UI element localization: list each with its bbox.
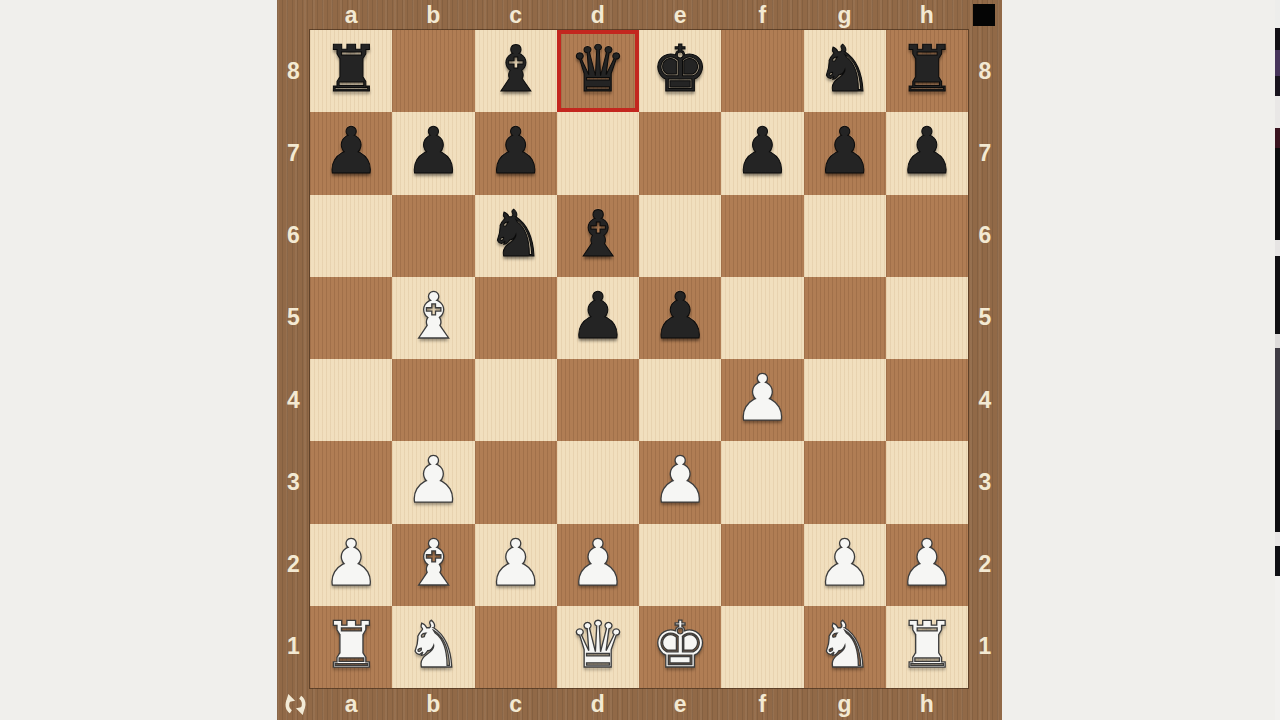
square-e3[interactable]: ♟ bbox=[639, 441, 721, 523]
file-label-c: c bbox=[475, 0, 557, 30]
square-h1[interactable]: ♜ bbox=[886, 606, 968, 688]
edge-strip-segment bbox=[1275, 256, 1280, 334]
square-c2[interactable]: ♟ bbox=[475, 524, 557, 606]
edge-strip-segment bbox=[1275, 546, 1280, 576]
rank-label-4: 4 bbox=[277, 359, 310, 441]
piece-white-bishop[interactable]: ♝ bbox=[405, 531, 462, 595]
square-a8[interactable]: ♜ bbox=[310, 30, 392, 112]
flip-board-button[interactable] bbox=[280, 689, 310, 719]
square-f5[interactable] bbox=[721, 277, 803, 359]
piece-black-pawn[interactable]: ♟ bbox=[816, 119, 873, 183]
rank-label-2: 2 bbox=[277, 524, 310, 606]
file-label-e: e bbox=[639, 0, 721, 30]
square-c8[interactable]: ♝ bbox=[475, 30, 557, 112]
edge-strip-segment bbox=[1275, 334, 1280, 348]
piece-black-pawn[interactable]: ♟ bbox=[569, 284, 626, 348]
piece-black-bishop[interactable]: ♝ bbox=[487, 37, 544, 101]
rank-label-1: 1 bbox=[277, 606, 310, 688]
square-g4[interactable] bbox=[804, 359, 886, 441]
page-background: abcdefgh abcdefgh 87654321 87654321 ♜♝♛♚… bbox=[0, 0, 1280, 720]
piece-white-pawn[interactable]: ♟ bbox=[487, 531, 544, 595]
piece-black-pawn[interactable]: ♟ bbox=[898, 119, 955, 183]
rank-label-3: 3 bbox=[968, 441, 1002, 523]
piece-black-rook[interactable]: ♜ bbox=[322, 37, 379, 101]
square-a2[interactable]: ♟ bbox=[310, 524, 392, 606]
piece-black-pawn[interactable]: ♟ bbox=[322, 119, 379, 183]
square-e8[interactable]: ♚ bbox=[639, 30, 721, 112]
piece-white-rook[interactable]: ♜ bbox=[898, 613, 955, 677]
square-h7[interactable]: ♟ bbox=[886, 112, 968, 194]
square-f8[interactable] bbox=[721, 30, 803, 112]
rank-label-6: 6 bbox=[968, 195, 1002, 277]
piece-white-pawn[interactable]: ♟ bbox=[734, 366, 791, 430]
square-c4[interactable] bbox=[475, 359, 557, 441]
square-c1[interactable] bbox=[475, 606, 557, 688]
chess-board: abcdefgh abcdefgh 87654321 87654321 ♜♝♛♚… bbox=[277, 0, 1002, 720]
square-e5[interactable]: ♟ bbox=[639, 277, 721, 359]
rank-label-1: 1 bbox=[968, 606, 1002, 688]
file-label-b: b bbox=[392, 689, 474, 720]
square-b1[interactable]: ♞ bbox=[392, 606, 474, 688]
square-e1[interactable]: ♚ bbox=[639, 606, 721, 688]
edge-strip-segment bbox=[1275, 576, 1280, 720]
rank-label-4: 4 bbox=[968, 359, 1002, 441]
piece-black-queen[interactable]: ♛ bbox=[569, 37, 626, 101]
piece-white-pawn[interactable]: ♟ bbox=[816, 531, 873, 595]
edge-strip-segment bbox=[1275, 148, 1280, 240]
file-label-b: b bbox=[392, 0, 474, 30]
piece-black-king[interactable]: ♚ bbox=[651, 37, 708, 101]
piece-white-pawn[interactable]: ♟ bbox=[322, 531, 379, 595]
file-label-e: e bbox=[639, 689, 721, 720]
square-d2[interactable]: ♟ bbox=[557, 524, 639, 606]
file-label-h: h bbox=[886, 689, 968, 720]
piece-white-knight[interactable]: ♞ bbox=[816, 613, 873, 677]
right-edge-content-sliver bbox=[1275, 0, 1280, 720]
piece-white-bishop[interactable]: ♝ bbox=[405, 284, 462, 348]
file-label-d: d bbox=[557, 0, 639, 30]
square-a1[interactable]: ♜ bbox=[310, 606, 392, 688]
square-e2[interactable] bbox=[639, 524, 721, 606]
piece-black-pawn[interactable]: ♟ bbox=[651, 284, 708, 348]
file-label-a: a bbox=[310, 689, 392, 720]
square-b6[interactable] bbox=[392, 195, 474, 277]
square-b8[interactable] bbox=[392, 30, 474, 112]
square-g7[interactable]: ♟ bbox=[804, 112, 886, 194]
square-f7[interactable]: ♟ bbox=[721, 112, 803, 194]
square-e4[interactable] bbox=[639, 359, 721, 441]
board-squares: ♜♝♛♚♞♜♟♟♟♟♟♟♞♝♝♟♟♟♟♟♟♝♟♟♟♟♜♞♛♚♞♜ bbox=[310, 30, 968, 688]
square-h4[interactable] bbox=[886, 359, 968, 441]
piece-white-king[interactable]: ♚ bbox=[651, 613, 708, 677]
rank-label-5: 5 bbox=[968, 277, 1002, 359]
rank-label-5: 5 bbox=[277, 277, 310, 359]
square-h3[interactable] bbox=[886, 441, 968, 523]
edge-strip-segment bbox=[1275, 28, 1280, 50]
square-d3[interactable] bbox=[557, 441, 639, 523]
file-label-g: g bbox=[804, 689, 886, 720]
rank-label-7: 7 bbox=[277, 112, 310, 194]
file-label-h: h bbox=[886, 0, 968, 30]
piece-white-pawn[interactable]: ♟ bbox=[569, 531, 626, 595]
file-label-d: d bbox=[557, 689, 639, 720]
square-e7[interactable] bbox=[639, 112, 721, 194]
square-a6[interactable] bbox=[310, 195, 392, 277]
edge-strip-segment bbox=[1275, 96, 1280, 128]
piece-black-pawn[interactable]: ♟ bbox=[405, 119, 462, 183]
side-to-move-indicator bbox=[973, 4, 995, 26]
piece-white-knight[interactable]: ♞ bbox=[405, 613, 462, 677]
square-g2[interactable]: ♟ bbox=[804, 524, 886, 606]
square-e6[interactable] bbox=[639, 195, 721, 277]
edge-strip-segment bbox=[1275, 76, 1280, 96]
file-labels-bottom: abcdefgh bbox=[310, 689, 968, 720]
square-a5[interactable] bbox=[310, 277, 392, 359]
rank-label-8: 8 bbox=[968, 30, 1002, 112]
piece-black-pawn[interactable]: ♟ bbox=[734, 119, 791, 183]
piece-black-rook[interactable]: ♜ bbox=[898, 37, 955, 101]
square-g8[interactable]: ♞ bbox=[804, 30, 886, 112]
square-g1[interactable]: ♞ bbox=[804, 606, 886, 688]
rank-label-7: 7 bbox=[968, 112, 1002, 194]
file-label-g: g bbox=[804, 0, 886, 30]
file-label-f: f bbox=[721, 0, 803, 30]
square-h2[interactable]: ♟ bbox=[886, 524, 968, 606]
edge-strip-segment bbox=[1275, 50, 1280, 76]
square-d7[interactable] bbox=[557, 112, 639, 194]
edge-strip-segment bbox=[1275, 532, 1280, 546]
square-d1[interactable]: ♛ bbox=[557, 606, 639, 688]
square-g3[interactable] bbox=[804, 441, 886, 523]
piece-black-pawn[interactable]: ♟ bbox=[487, 119, 544, 183]
piece-black-bishop[interactable]: ♝ bbox=[569, 202, 626, 266]
square-g5[interactable] bbox=[804, 277, 886, 359]
rank-label-8: 8 bbox=[277, 30, 310, 112]
square-b3[interactable]: ♟ bbox=[392, 441, 474, 523]
square-b5[interactable]: ♝ bbox=[392, 277, 474, 359]
square-c7[interactable]: ♟ bbox=[475, 112, 557, 194]
piece-white-pawn[interactable]: ♟ bbox=[651, 448, 708, 512]
square-f3[interactable] bbox=[721, 441, 803, 523]
piece-white-queen[interactable]: ♛ bbox=[569, 613, 626, 677]
square-f4[interactable]: ♟ bbox=[721, 359, 803, 441]
square-c6[interactable]: ♞ bbox=[475, 195, 557, 277]
square-b7[interactable]: ♟ bbox=[392, 112, 474, 194]
rank-labels-left: 87654321 bbox=[277, 30, 310, 688]
square-h8[interactable]: ♜ bbox=[886, 30, 968, 112]
file-label-a: a bbox=[310, 0, 392, 30]
square-a4[interactable] bbox=[310, 359, 392, 441]
piece-white-pawn[interactable]: ♟ bbox=[405, 448, 462, 512]
square-b2[interactable]: ♝ bbox=[392, 524, 474, 606]
rank-labels-right: 87654321 bbox=[968, 30, 1002, 688]
square-f6[interactable] bbox=[721, 195, 803, 277]
square-a7[interactable]: ♟ bbox=[310, 112, 392, 194]
square-a3[interactable] bbox=[310, 441, 392, 523]
piece-white-rook[interactable]: ♜ bbox=[322, 613, 379, 677]
edge-strip-segment bbox=[1275, 430, 1280, 532]
file-labels-top: abcdefgh bbox=[310, 0, 968, 30]
rank-label-2: 2 bbox=[968, 524, 1002, 606]
square-g6[interactable] bbox=[804, 195, 886, 277]
rank-label-6: 6 bbox=[277, 195, 310, 277]
edge-strip-segment bbox=[1275, 348, 1280, 430]
square-d5[interactable]: ♟ bbox=[557, 277, 639, 359]
rank-label-3: 3 bbox=[277, 441, 310, 523]
piece-black-knight[interactable]: ♞ bbox=[816, 37, 873, 101]
piece-black-knight[interactable]: ♞ bbox=[487, 202, 544, 266]
square-c3[interactable] bbox=[475, 441, 557, 523]
square-d8[interactable]: ♛ bbox=[557, 30, 639, 112]
edge-strip-segment bbox=[1275, 128, 1280, 148]
square-d4[interactable] bbox=[557, 359, 639, 441]
square-d6[interactable]: ♝ bbox=[557, 195, 639, 277]
file-label-f: f bbox=[721, 689, 803, 720]
file-label-c: c bbox=[475, 689, 557, 720]
edge-strip-segment bbox=[1275, 0, 1280, 28]
piece-white-pawn[interactable]: ♟ bbox=[898, 531, 955, 595]
square-b4[interactable] bbox=[392, 359, 474, 441]
square-f2[interactable] bbox=[721, 524, 803, 606]
square-f1[interactable] bbox=[721, 606, 803, 688]
edge-strip-segment bbox=[1275, 240, 1280, 256]
square-c5[interactable] bbox=[475, 277, 557, 359]
square-h6[interactable] bbox=[886, 195, 968, 277]
square-h5[interactable] bbox=[886, 277, 968, 359]
rotate-arrows-icon bbox=[282, 691, 309, 718]
